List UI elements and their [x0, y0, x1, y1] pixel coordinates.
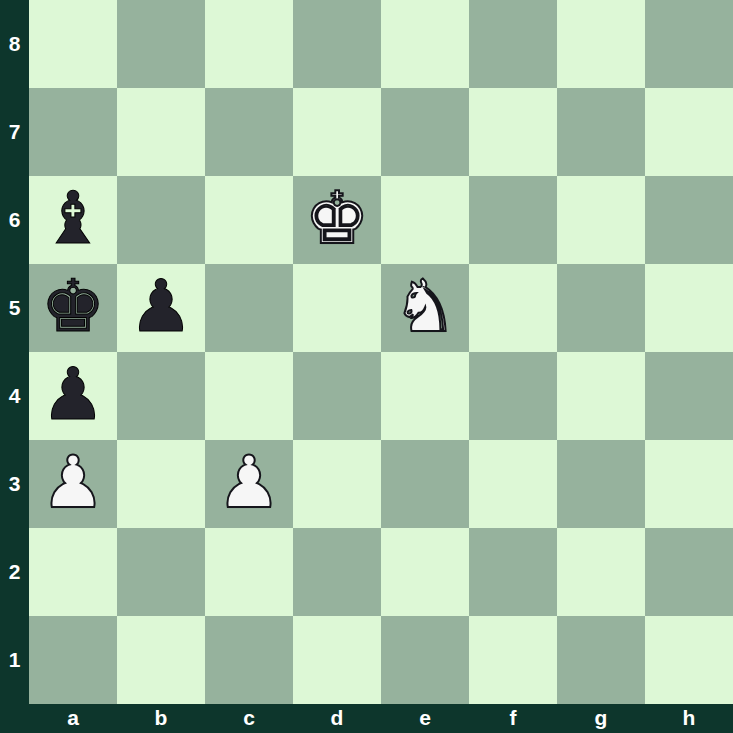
rank-label-8: 8	[0, 0, 29, 88]
square-f6[interactable]	[469, 176, 557, 264]
square-h7[interactable]	[645, 88, 733, 176]
file-label-f: f	[469, 704, 557, 733]
file-label-d: d	[293, 704, 381, 733]
square-b7[interactable]	[117, 88, 205, 176]
square-c3[interactable]: ♟	[205, 440, 293, 528]
square-f5[interactable]	[469, 264, 557, 352]
square-h3[interactable]	[645, 440, 733, 528]
square-h6[interactable]	[645, 176, 733, 264]
square-g6[interactable]	[557, 176, 645, 264]
rank-label-4: 4	[0, 352, 29, 440]
white-pawn-a3[interactable]: ♟	[41, 446, 106, 518]
square-d5[interactable]	[293, 264, 381, 352]
square-e3[interactable]	[381, 440, 469, 528]
square-g7[interactable]	[557, 88, 645, 176]
square-a6[interactable]: ♝	[29, 176, 117, 264]
white-knight-e5[interactable]: ♞	[393, 270, 458, 342]
file-label-g: g	[557, 704, 645, 733]
square-e7[interactable]	[381, 88, 469, 176]
square-e8[interactable]	[381, 0, 469, 88]
square-c8[interactable]	[205, 0, 293, 88]
square-a4[interactable]: ♟	[29, 352, 117, 440]
square-b5[interactable]: ♟	[117, 264, 205, 352]
file-label-h: h	[645, 704, 733, 733]
square-b6[interactable]	[117, 176, 205, 264]
square-g4[interactable]	[557, 352, 645, 440]
square-d8[interactable]	[293, 0, 381, 88]
square-b4[interactable]	[117, 352, 205, 440]
rank-label-5: 5	[0, 264, 29, 352]
square-b8[interactable]	[117, 0, 205, 88]
square-h5[interactable]	[645, 264, 733, 352]
square-b1[interactable]	[117, 616, 205, 704]
black-king-a5[interactable]: ♚	[41, 270, 106, 342]
square-d7[interactable]	[293, 88, 381, 176]
square-g8[interactable]	[557, 0, 645, 88]
square-g3[interactable]	[557, 440, 645, 528]
square-h2[interactable]	[645, 528, 733, 616]
file-label-a: a	[29, 704, 117, 733]
square-g1[interactable]	[557, 616, 645, 704]
square-a3[interactable]: ♟	[29, 440, 117, 528]
square-b2[interactable]	[117, 528, 205, 616]
square-b3[interactable]	[117, 440, 205, 528]
rank-label-2: 2	[0, 528, 29, 616]
square-d2[interactable]	[293, 528, 381, 616]
square-c6[interactable]	[205, 176, 293, 264]
square-f2[interactable]	[469, 528, 557, 616]
square-f3[interactable]	[469, 440, 557, 528]
board-corner	[0, 704, 29, 733]
square-h1[interactable]	[645, 616, 733, 704]
square-c7[interactable]	[205, 88, 293, 176]
chess-board: 876♝♚5♚♟♞4♟3♟♟21abcdefgh	[0, 0, 733, 733]
square-d1[interactable]	[293, 616, 381, 704]
square-g5[interactable]	[557, 264, 645, 352]
square-c2[interactable]	[205, 528, 293, 616]
square-f8[interactable]	[469, 0, 557, 88]
square-e4[interactable]	[381, 352, 469, 440]
square-f1[interactable]	[469, 616, 557, 704]
black-bishop-a6[interactable]: ♝	[41, 182, 106, 254]
square-f7[interactable]	[469, 88, 557, 176]
black-pawn-b5[interactable]: ♟	[129, 270, 194, 342]
square-a2[interactable]	[29, 528, 117, 616]
white-pawn-c3[interactable]: ♟	[217, 446, 282, 518]
file-label-c: c	[205, 704, 293, 733]
square-a8[interactable]	[29, 0, 117, 88]
square-c5[interactable]	[205, 264, 293, 352]
square-c1[interactable]	[205, 616, 293, 704]
square-e1[interactable]	[381, 616, 469, 704]
square-e2[interactable]	[381, 528, 469, 616]
square-f4[interactable]	[469, 352, 557, 440]
square-d3[interactable]	[293, 440, 381, 528]
file-label-e: e	[381, 704, 469, 733]
rank-label-6: 6	[0, 176, 29, 264]
square-c4[interactable]	[205, 352, 293, 440]
file-label-b: b	[117, 704, 205, 733]
square-d4[interactable]	[293, 352, 381, 440]
square-e5[interactable]: ♞	[381, 264, 469, 352]
white-king-d6[interactable]: ♚	[305, 182, 370, 254]
square-e6[interactable]	[381, 176, 469, 264]
square-a1[interactable]	[29, 616, 117, 704]
rank-label-1: 1	[0, 616, 29, 704]
black-pawn-a4[interactable]: ♟	[41, 358, 106, 430]
square-a5[interactable]: ♚	[29, 264, 117, 352]
square-g2[interactable]	[557, 528, 645, 616]
square-a7[interactable]	[29, 88, 117, 176]
rank-label-3: 3	[0, 440, 29, 528]
square-d6[interactable]: ♚	[293, 176, 381, 264]
rank-label-7: 7	[0, 88, 29, 176]
square-h4[interactable]	[645, 352, 733, 440]
square-h8[interactable]	[645, 0, 733, 88]
